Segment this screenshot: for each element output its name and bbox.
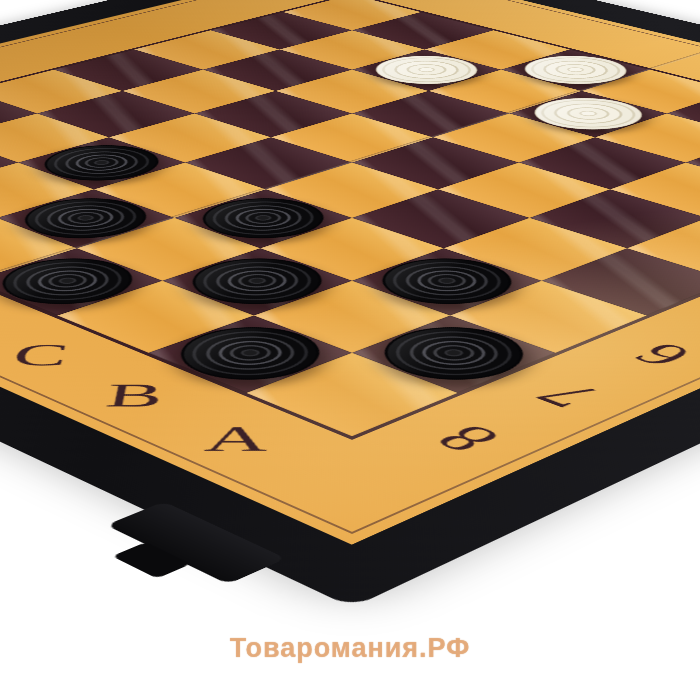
piece-side-layer [519, 94, 658, 135]
piece-side-layer [519, 94, 658, 135]
square-g5[interactable] [37, 91, 194, 137]
label-number-6: 6 [592, 328, 700, 382]
label-letter-d: D [0, 300, 8, 336]
piece-side-layer [519, 94, 658, 135]
folding-case: ABCDEFGH87654321 [0, 0, 700, 608]
square-e4[interactable] [271, 113, 433, 162]
square-h1[interactable] [283, 0, 421, 30]
square-f5[interactable] [109, 113, 271, 162]
square-f2[interactable] [352, 49, 501, 90]
square-h6[interactable] [0, 91, 37, 137]
piece-side-layer [510, 52, 641, 89]
square-g6[interactable] [0, 113, 109, 162]
square-g4[interactable] [122, 70, 275, 114]
piece-side-layer [361, 52, 492, 89]
square-h2[interactable] [211, 12, 352, 49]
piece-side-layer [519, 94, 658, 135]
white-piece-top [355, 50, 498, 90]
board-scene: ABCDEFGH87654321 [0, 0, 700, 700]
piece-side-layer [361, 52, 492, 89]
piece-side-layer [510, 52, 641, 89]
square-g2[interactable] [279, 30, 424, 69]
piece-shadow [507, 93, 671, 142]
piece-shadow [499, 51, 654, 94]
piece-side-layer [361, 52, 492, 89]
square-g3[interactable] [203, 49, 352, 90]
piece-side-layer [361, 52, 492, 89]
piece-side-layer [519, 94, 658, 135]
square-c1[interactable] [667, 91, 700, 137]
piece-side-layer [510, 52, 641, 89]
piece-side-layer [519, 94, 658, 135]
square-h3[interactable] [134, 30, 279, 69]
label-letter-b: B [78, 375, 191, 416]
piece-side-layer [361, 52, 492, 89]
piece-side-layer [361, 52, 492, 89]
piece-side-layer [361, 52, 492, 89]
coordinate-labels: ABCDEFGH87654321 [0, 0, 352, 163]
square-e1[interactable] [501, 49, 650, 90]
piece-side-layer [510, 52, 641, 89]
square-h4[interactable] [54, 49, 203, 90]
square-c2[interactable] [595, 113, 700, 162]
square-d3[interactable] [433, 113, 595, 162]
square-e2[interactable] [429, 70, 582, 114]
square-g1[interactable] [352, 12, 493, 49]
label-number-7: 7 [495, 367, 643, 426]
piece-side-layer [510, 52, 641, 89]
piece-side-layer [510, 52, 641, 89]
label-letter-a: A [179, 417, 292, 462]
square-f1[interactable] [425, 30, 570, 69]
piece-side-layer [510, 52, 641, 89]
piece-shadow [349, 51, 504, 94]
label-number-8: 8 [391, 408, 545, 471]
piece-side-layer [519, 94, 658, 135]
piece-side-layer [510, 52, 641, 89]
piece-side-layer [361, 52, 492, 89]
square-f4[interactable] [195, 91, 352, 137]
square-h5[interactable] [0, 70, 122, 114]
label-letter-c: C [0, 336, 96, 374]
piece-side-layer [519, 94, 658, 135]
label-number-5: 5 [681, 293, 700, 344]
photo-stage: ABCDEFGH87654321 Товаромания.РФ [0, 0, 700, 700]
square-f3[interactable] [275, 70, 428, 114]
white-piece-top [504, 50, 647, 90]
square-d2[interactable] [509, 91, 666, 137]
case-latch [106, 502, 286, 585]
square-d1[interactable] [582, 70, 700, 114]
square-e3[interactable] [352, 91, 509, 137]
white-piece-top [513, 92, 664, 136]
board-surface: ABCDEFGH87654321 [0, 0, 700, 545]
